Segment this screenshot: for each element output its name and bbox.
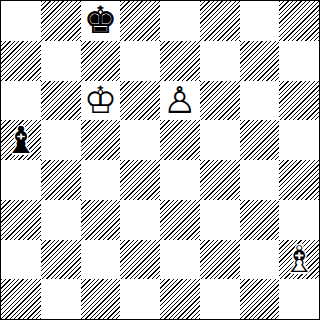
piece-white-king[interactable]: ♚♔ (81, 81, 121, 121)
square-h3[interactable] (279, 200, 319, 240)
square-g5[interactable] (240, 120, 280, 160)
square-a8[interactable] (1, 1, 41, 41)
square-g1[interactable] (240, 279, 280, 319)
white-king-outline-glyph: ♔ (81, 81, 121, 121)
square-c2[interactable] (81, 240, 121, 280)
square-g3[interactable] (240, 200, 280, 240)
square-d1[interactable] (120, 279, 160, 319)
square-c5[interactable] (81, 120, 121, 160)
square-f3[interactable] (200, 200, 240, 240)
square-b3[interactable] (41, 200, 81, 240)
square-g2[interactable] (240, 240, 280, 280)
square-h7[interactable] (279, 41, 319, 81)
square-h1[interactable] (279, 279, 319, 319)
square-f6[interactable] (200, 81, 240, 121)
black-king-outline-glyph: ♚ (81, 1, 121, 41)
square-c3[interactable] (81, 200, 121, 240)
square-e4[interactable] (160, 160, 200, 200)
square-h2[interactable]: ♝♗ (279, 240, 319, 280)
square-e2[interactable] (160, 240, 200, 280)
square-b5[interactable] (41, 120, 81, 160)
square-g8[interactable] (240, 1, 280, 41)
square-g6[interactable] (240, 81, 280, 121)
piece-black-king[interactable]: ♚♚ (81, 1, 121, 41)
square-e3[interactable] (160, 200, 200, 240)
white-pawn-outline-glyph: ♙ (160, 81, 200, 121)
white-bishop-outline-glyph: ♗ (279, 240, 319, 280)
square-e7[interactable] (160, 41, 200, 81)
square-e8[interactable] (160, 1, 200, 41)
square-d8[interactable] (120, 1, 160, 41)
square-g4[interactable] (240, 160, 280, 200)
square-d4[interactable] (120, 160, 160, 200)
square-a6[interactable] (1, 81, 41, 121)
square-a7[interactable] (1, 41, 41, 81)
square-d3[interactable] (120, 200, 160, 240)
square-f8[interactable] (200, 1, 240, 41)
square-d7[interactable] (120, 41, 160, 81)
square-d6[interactable] (120, 81, 160, 121)
square-c6[interactable]: ♚♔ (81, 81, 121, 121)
square-a1[interactable] (1, 279, 41, 319)
square-d5[interactable] (120, 120, 160, 160)
square-b6[interactable] (41, 81, 81, 121)
chess-board: ♚♚♚♔♟♙♝♝♝♗ (0, 0, 320, 320)
square-b1[interactable] (41, 279, 81, 319)
square-h8[interactable] (279, 1, 319, 41)
square-e1[interactable] (160, 279, 200, 319)
square-f7[interactable] (200, 41, 240, 81)
square-a4[interactable] (1, 160, 41, 200)
square-a2[interactable] (1, 240, 41, 280)
piece-white-pawn[interactable]: ♟♙ (160, 81, 200, 121)
square-f2[interactable] (200, 240, 240, 280)
square-h5[interactable] (279, 120, 319, 160)
square-c8[interactable]: ♚♚ (81, 1, 121, 41)
square-a3[interactable] (1, 200, 41, 240)
square-g7[interactable] (240, 41, 280, 81)
square-h4[interactable] (279, 160, 319, 200)
square-e6[interactable]: ♟♙ (160, 81, 200, 121)
square-f5[interactable] (200, 120, 240, 160)
square-a5[interactable]: ♝♝ (1, 120, 41, 160)
square-e5[interactable] (160, 120, 200, 160)
square-f4[interactable] (200, 160, 240, 200)
piece-black-bishop[interactable]: ♝♝ (1, 120, 41, 160)
black-bishop-outline-glyph: ♝ (1, 120, 41, 160)
square-c7[interactable] (81, 41, 121, 81)
square-b8[interactable] (41, 1, 81, 41)
square-b7[interactable] (41, 41, 81, 81)
square-f1[interactable] (200, 279, 240, 319)
square-b2[interactable] (41, 240, 81, 280)
square-c1[interactable] (81, 279, 121, 319)
square-c4[interactable] (81, 160, 121, 200)
square-d2[interactable] (120, 240, 160, 280)
square-b4[interactable] (41, 160, 81, 200)
piece-white-bishop[interactable]: ♝♗ (279, 240, 319, 280)
square-h6[interactable] (279, 81, 319, 121)
